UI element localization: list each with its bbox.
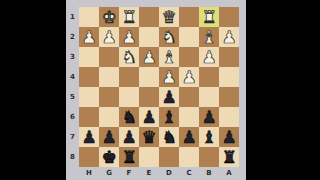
square-c4[interactable]: ♟ bbox=[179, 67, 199, 87]
square-d8[interactable] bbox=[159, 147, 179, 167]
rank-label-3: 3 bbox=[66, 47, 79, 67]
file-label-e: E bbox=[139, 167, 159, 180]
square-b5[interactable] bbox=[199, 87, 219, 107]
piece-wN-d2: ♞ bbox=[161, 27, 176, 47]
square-a3[interactable] bbox=[219, 47, 239, 67]
square-g5[interactable] bbox=[99, 87, 119, 107]
piece-bP-d5: ♟ bbox=[161, 87, 176, 107]
letterbox-right bbox=[246, 0, 320, 180]
piece-bP-h7: ♟ bbox=[81, 127, 96, 147]
piece-bP-b6: ♟ bbox=[201, 107, 216, 127]
rank-label-8: 8 bbox=[66, 147, 79, 167]
square-f1[interactable]: ♜ bbox=[119, 7, 139, 27]
piece-wQ-d1: ♛ bbox=[161, 7, 176, 27]
piece-bB-d6: ♝ bbox=[161, 107, 176, 127]
square-b6[interactable]: ♟ bbox=[199, 107, 219, 127]
square-c3[interactable] bbox=[179, 47, 199, 67]
square-h1[interactable] bbox=[79, 7, 99, 27]
square-a8[interactable]: ♜ bbox=[219, 147, 239, 167]
piece-wR-f1: ♜ bbox=[121, 7, 136, 27]
piece-bP-f7: ♟ bbox=[121, 127, 136, 147]
piece-bP-c7: ♟ bbox=[181, 127, 196, 147]
video-frame: 12345678 ♚♜♛♜♟♟♟♞♝♟♞♟♝♟♟♟♟♞♟♝♟♟♟♟♛♞♟♝♟♚♜… bbox=[0, 0, 320, 180]
rank-label-2: 2 bbox=[66, 27, 79, 47]
piece-bP-e6: ♟ bbox=[141, 107, 156, 127]
square-f2[interactable]: ♟ bbox=[119, 27, 139, 47]
square-c1[interactable] bbox=[179, 7, 199, 27]
piece-wP-g2: ♟ bbox=[101, 27, 116, 47]
piece-wR-b1: ♜ bbox=[201, 7, 216, 27]
piece-wP-c4: ♟ bbox=[181, 67, 196, 87]
square-e2[interactable] bbox=[139, 27, 159, 47]
square-f5[interactable] bbox=[119, 87, 139, 107]
square-f3[interactable]: ♞ bbox=[119, 47, 139, 67]
square-a6[interactable] bbox=[219, 107, 239, 127]
square-c8[interactable] bbox=[179, 147, 199, 167]
square-e3[interactable]: ♟ bbox=[139, 47, 159, 67]
chessboard-panel: 12345678 ♚♜♛♜♟♟♟♞♝♟♞♟♝♟♟♟♟♞♟♝♟♟♟♟♛♞♟♝♟♚♜… bbox=[66, 0, 246, 180]
square-f6[interactable]: ♞ bbox=[119, 107, 139, 127]
square-e6[interactable]: ♟ bbox=[139, 107, 159, 127]
square-g7[interactable]: ♟ bbox=[99, 127, 119, 147]
square-d5[interactable]: ♟ bbox=[159, 87, 179, 107]
square-h2[interactable]: ♟ bbox=[79, 27, 99, 47]
square-d3[interactable]: ♝ bbox=[159, 47, 179, 67]
square-h3[interactable] bbox=[79, 47, 99, 67]
piece-bQ-e7: ♛ bbox=[141, 127, 156, 147]
square-e8[interactable] bbox=[139, 147, 159, 167]
square-e4[interactable] bbox=[139, 67, 159, 87]
square-h5[interactable] bbox=[79, 87, 99, 107]
rank-label-7: 7 bbox=[66, 127, 79, 147]
rank-labels: 12345678 bbox=[66, 7, 79, 167]
square-c5[interactable] bbox=[179, 87, 199, 107]
piece-wK-g1: ♚ bbox=[101, 7, 116, 27]
square-a1[interactable] bbox=[219, 7, 239, 27]
rank-label-1: 1 bbox=[66, 7, 79, 27]
file-labels: HGFEDCBA bbox=[79, 167, 239, 180]
square-h8[interactable] bbox=[79, 147, 99, 167]
piece-bB-b7: ♝ bbox=[201, 127, 216, 147]
square-g8[interactable]: ♚ bbox=[99, 147, 119, 167]
square-a4[interactable] bbox=[219, 67, 239, 87]
piece-bP-a7: ♟ bbox=[221, 127, 236, 147]
square-c2[interactable] bbox=[179, 27, 199, 47]
file-label-g: G bbox=[99, 167, 119, 180]
letterbox-left bbox=[0, 0, 66, 180]
rank-label-6: 6 bbox=[66, 107, 79, 127]
piece-wP-h2: ♟ bbox=[81, 27, 96, 47]
square-e1[interactable] bbox=[139, 7, 159, 27]
square-g2[interactable]: ♟ bbox=[99, 27, 119, 47]
piece-wP-e3: ♟ bbox=[141, 47, 156, 67]
square-a2[interactable]: ♟ bbox=[219, 27, 239, 47]
piece-bP-g7: ♟ bbox=[101, 127, 116, 147]
square-h6[interactable] bbox=[79, 107, 99, 127]
piece-bK-g8: ♚ bbox=[101, 147, 116, 167]
square-e7[interactable]: ♛ bbox=[139, 127, 159, 147]
piece-wB-d3: ♝ bbox=[161, 47, 176, 67]
file-label-h: H bbox=[79, 167, 99, 180]
square-a5[interactable] bbox=[219, 87, 239, 107]
piece-wP-d4: ♟ bbox=[161, 67, 176, 87]
square-d2[interactable]: ♞ bbox=[159, 27, 179, 47]
square-g4[interactable] bbox=[99, 67, 119, 87]
square-b2[interactable]: ♝ bbox=[199, 27, 219, 47]
piece-wP-a2: ♟ bbox=[221, 27, 236, 47]
piece-bR-a8: ♜ bbox=[221, 147, 236, 167]
square-f7[interactable]: ♟ bbox=[119, 127, 139, 147]
square-d7[interactable]: ♞ bbox=[159, 127, 179, 147]
square-c7[interactable]: ♟ bbox=[179, 127, 199, 147]
piece-wP-f2: ♟ bbox=[121, 27, 136, 47]
square-d4[interactable]: ♟ bbox=[159, 67, 179, 87]
square-g6[interactable] bbox=[99, 107, 119, 127]
file-label-f: F bbox=[119, 167, 139, 180]
square-f4[interactable] bbox=[119, 67, 139, 87]
square-d1[interactable]: ♛ bbox=[159, 7, 179, 27]
square-b4[interactable] bbox=[199, 67, 219, 87]
piece-wN-f3: ♞ bbox=[121, 47, 136, 67]
file-label-d: D bbox=[159, 167, 179, 180]
square-e5[interactable] bbox=[139, 87, 159, 107]
chess-board: ♚♜♛♜♟♟♟♞♝♟♞♟♝♟♟♟♟♞♟♝♟♟♟♟♛♞♟♝♟♚♜♜ bbox=[79, 7, 239, 167]
square-g3[interactable] bbox=[99, 47, 119, 67]
square-b1[interactable]: ♜ bbox=[199, 7, 219, 27]
square-a7[interactable]: ♟ bbox=[219, 127, 239, 147]
square-b8[interactable] bbox=[199, 147, 219, 167]
square-f8[interactable]: ♜ bbox=[119, 147, 139, 167]
square-g1[interactable]: ♚ bbox=[99, 7, 119, 27]
file-label-b: B bbox=[199, 167, 219, 180]
file-label-c: C bbox=[179, 167, 199, 180]
square-b3[interactable]: ♟ bbox=[199, 47, 219, 67]
file-label-a: A bbox=[219, 167, 239, 180]
square-h7[interactable]: ♟ bbox=[79, 127, 99, 147]
square-c6[interactable] bbox=[179, 107, 199, 127]
piece-bR-f8: ♜ bbox=[121, 147, 136, 167]
piece-wB-b2: ♝ bbox=[201, 27, 216, 47]
square-h4[interactable] bbox=[79, 67, 99, 87]
piece-wP-b3: ♟ bbox=[201, 47, 216, 67]
rank-label-4: 4 bbox=[66, 67, 79, 87]
rank-label-5: 5 bbox=[66, 87, 79, 107]
square-d6[interactable]: ♝ bbox=[159, 107, 179, 127]
square-b7[interactable]: ♝ bbox=[199, 127, 219, 147]
piece-bN-d7: ♞ bbox=[161, 127, 176, 147]
piece-bN-f6: ♞ bbox=[121, 107, 136, 127]
